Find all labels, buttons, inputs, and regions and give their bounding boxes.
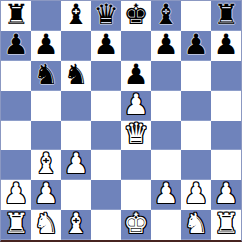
square-g8[interactable] xyxy=(181,1,211,31)
square-e3[interactable] xyxy=(121,150,151,180)
piece-white-pawn[interactable]: ♟ xyxy=(213,180,238,208)
piece-black-king[interactable]: ♚ xyxy=(123,1,148,29)
square-h4[interactable] xyxy=(211,121,241,151)
square-h7[interactable]: ♟ xyxy=(211,31,241,61)
square-c6[interactable]: ♞ xyxy=(61,61,91,91)
square-f7[interactable]: ♟ xyxy=(151,31,181,61)
square-a4[interactable] xyxy=(1,121,31,151)
square-f6[interactable] xyxy=(151,61,181,91)
piece-black-pawn[interactable]: ♟ xyxy=(213,31,238,59)
piece-white-rook[interactable]: ♜ xyxy=(213,210,238,238)
piece-white-bishop[interactable]: ♝ xyxy=(33,150,58,178)
square-b7[interactable]: ♟ xyxy=(31,31,61,61)
square-h1[interactable]: ♜ xyxy=(211,210,241,240)
square-d5[interactable] xyxy=(91,91,121,121)
square-g5[interactable] xyxy=(181,91,211,121)
square-c1[interactable]: ♝ xyxy=(61,210,91,240)
piece-white-king[interactable]: ♚ xyxy=(123,210,148,238)
square-h5[interactable] xyxy=(211,91,241,121)
piece-black-bishop[interactable]: ♝ xyxy=(153,1,178,29)
square-c7[interactable] xyxy=(61,31,91,61)
square-a8[interactable]: ♜ xyxy=(1,1,31,31)
square-g7[interactable]: ♟ xyxy=(181,31,211,61)
square-f3[interactable] xyxy=(151,150,181,180)
square-g1[interactable]: ♞ xyxy=(181,210,211,240)
piece-white-pawn[interactable]: ♟ xyxy=(123,91,148,119)
piece-black-pawn[interactable]: ♟ xyxy=(153,31,178,59)
piece-black-knight[interactable]: ♞ xyxy=(33,61,58,89)
square-e7[interactable] xyxy=(121,31,151,61)
square-e6[interactable]: ♟ xyxy=(121,61,151,91)
square-a5[interactable] xyxy=(1,91,31,121)
square-d3[interactable] xyxy=(91,150,121,180)
piece-white-pawn[interactable]: ♟ xyxy=(3,180,28,208)
square-b4[interactable] xyxy=(31,121,61,151)
square-h8[interactable]: ♜ xyxy=(211,1,241,31)
square-e5[interactable]: ♟ xyxy=(121,91,151,121)
piece-black-rook[interactable]: ♜ xyxy=(3,1,28,29)
square-c5[interactable] xyxy=(61,91,91,121)
square-e4[interactable]: ♛ xyxy=(121,121,151,151)
piece-black-queen[interactable]: ♛ xyxy=(93,1,118,29)
square-e2[interactable] xyxy=(121,180,151,210)
square-g6[interactable] xyxy=(181,61,211,91)
piece-white-pawn[interactable]: ♟ xyxy=(153,180,178,208)
square-d1[interactable] xyxy=(91,210,121,240)
square-g4[interactable] xyxy=(181,121,211,151)
square-a3[interactable] xyxy=(1,150,31,180)
piece-black-pawn[interactable]: ♟ xyxy=(3,31,28,59)
square-e8[interactable]: ♚ xyxy=(121,1,151,31)
square-b2[interactable]: ♟ xyxy=(31,180,61,210)
square-c4[interactable] xyxy=(61,121,91,151)
piece-black-pawn[interactable]: ♟ xyxy=(123,61,148,89)
square-a7[interactable]: ♟ xyxy=(1,31,31,61)
piece-black-pawn[interactable]: ♟ xyxy=(93,31,118,59)
square-b3[interactable]: ♝ xyxy=(31,150,61,180)
square-c2[interactable] xyxy=(61,180,91,210)
square-d2[interactable] xyxy=(91,180,121,210)
piece-black-bishop[interactable]: ♝ xyxy=(63,1,88,29)
piece-white-rook[interactable]: ♜ xyxy=(3,210,28,238)
square-a6[interactable] xyxy=(1,61,31,91)
square-e1[interactable]: ♚ xyxy=(121,210,151,240)
piece-black-pawn[interactable]: ♟ xyxy=(183,31,208,59)
piece-white-bishop[interactable]: ♝ xyxy=(63,210,88,238)
square-f5[interactable] xyxy=(151,91,181,121)
square-a1[interactable]: ♜ xyxy=(1,210,31,240)
piece-white-pawn[interactable]: ♟ xyxy=(33,180,58,208)
piece-black-rook[interactable]: ♜ xyxy=(213,1,238,29)
piece-white-pawn[interactable]: ♟ xyxy=(63,150,88,178)
square-h6[interactable] xyxy=(211,61,241,91)
square-b1[interactable]: ♞ xyxy=(31,210,61,240)
square-c3[interactable]: ♟ xyxy=(61,150,91,180)
square-h2[interactable]: ♟ xyxy=(211,180,241,210)
square-b8[interactable] xyxy=(31,1,61,31)
square-b6[interactable]: ♞ xyxy=(31,61,61,91)
piece-black-knight[interactable]: ♞ xyxy=(63,61,88,89)
square-d4[interactable] xyxy=(91,121,121,151)
piece-white-knight[interactable]: ♞ xyxy=(33,210,58,238)
square-b5[interactable] xyxy=(31,91,61,121)
piece-white-pawn[interactable]: ♟ xyxy=(183,180,208,208)
square-f8[interactable]: ♝ xyxy=(151,1,181,31)
square-f4[interactable] xyxy=(151,121,181,151)
piece-white-queen[interactable]: ♛ xyxy=(123,121,148,149)
square-f1[interactable] xyxy=(151,210,181,240)
piece-black-pawn[interactable]: ♟ xyxy=(33,31,58,59)
piece-white-knight[interactable]: ♞ xyxy=(183,210,208,238)
square-h3[interactable] xyxy=(211,150,241,180)
square-d7[interactable]: ♟ xyxy=(91,31,121,61)
square-c8[interactable]: ♝ xyxy=(61,1,91,31)
square-g2[interactable]: ♟ xyxy=(181,180,211,210)
square-d8[interactable]: ♛ xyxy=(91,1,121,31)
chess-board: ♜♝♛♚♝♜♟♟♟♟♟♟♞♞♟♟♛♝♟♟♟♟♟♟♜♞♝♚♞♜ xyxy=(0,0,242,242)
square-d6[interactable] xyxy=(91,61,121,91)
square-f2[interactable]: ♟ xyxy=(151,180,181,210)
square-a2[interactable]: ♟ xyxy=(1,180,31,210)
square-g3[interactable] xyxy=(181,150,211,180)
